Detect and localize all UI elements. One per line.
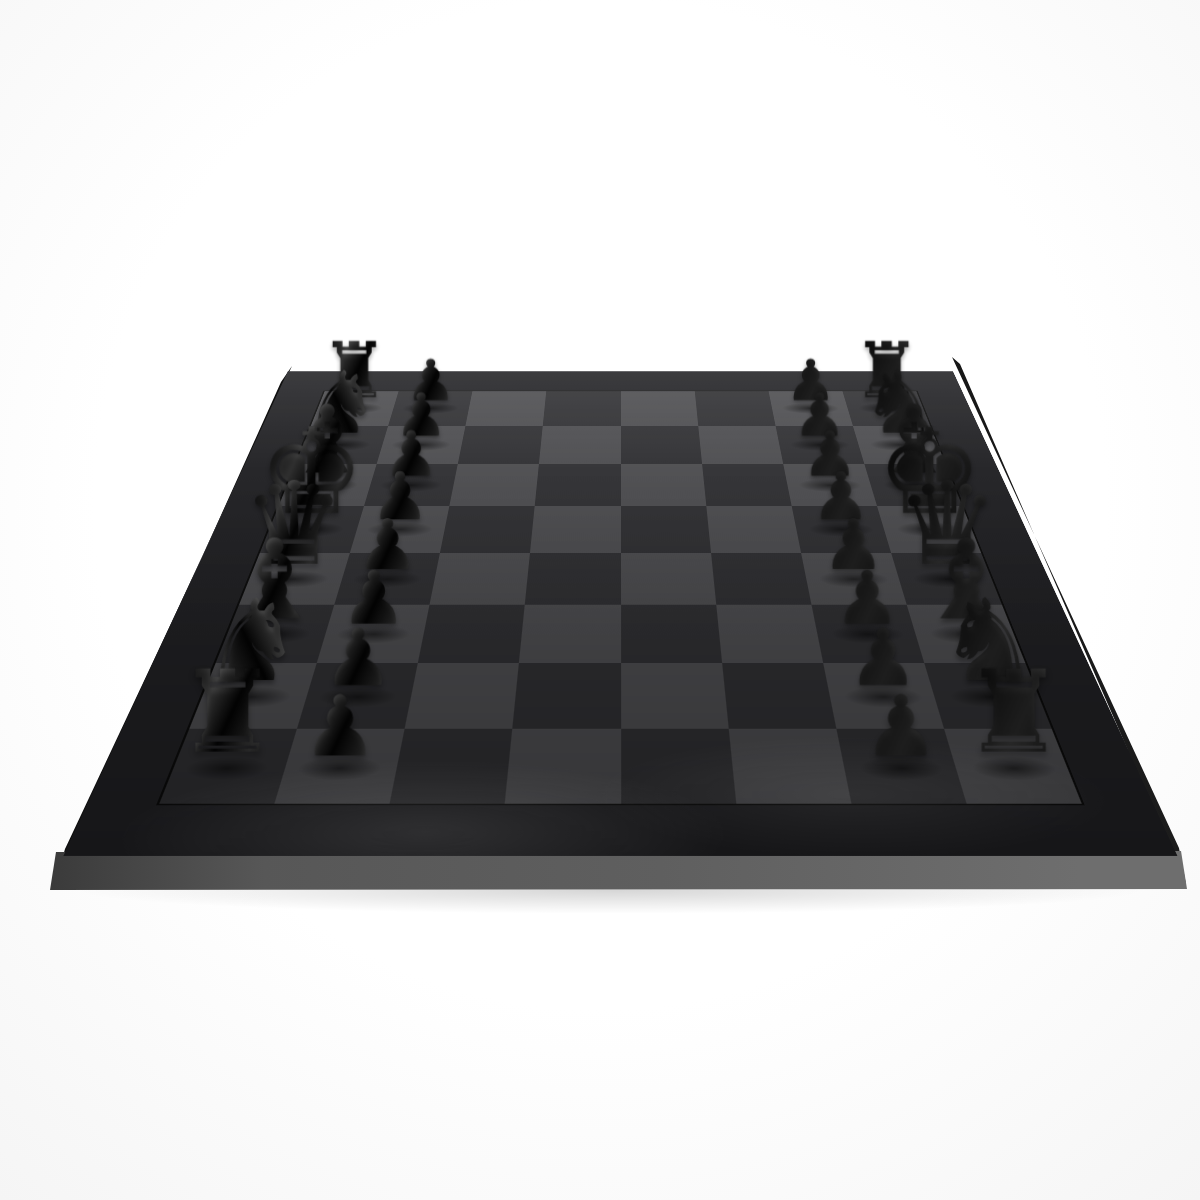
square-c4[interactable] <box>519 604 620 662</box>
square-a5[interactable] <box>621 729 736 804</box>
chessboard-scene: ♜♟♟♜♞♟♟♞♝♟♟♝♚♟♟♚♛♟♟♛♝♟♟♝♞♟♟♞♜♟♟♜ <box>204 136 1037 969</box>
square-g4[interactable] <box>539 426 620 464</box>
square-h5[interactable] <box>621 391 698 426</box>
square-e5[interactable] <box>621 506 711 553</box>
square-h4[interactable] <box>543 391 620 426</box>
square-d5[interactable] <box>621 553 716 605</box>
square-e4[interactable] <box>530 506 620 553</box>
piece-a8-rook-matte[interactable]: ♜ <box>933 652 1094 766</box>
product-photo-stage: ♜♟♟♜♞♟♟♞♝♟♟♝♚♟♟♚♛♟♟♛♝♟♟♝♞♟♟♞♜♟♟♜ <box>0 0 1200 1200</box>
square-g5[interactable] <box>621 426 702 464</box>
piece-a2-pawn-glossy[interactable]: ♟ <box>260 682 421 766</box>
square-b5[interactable] <box>621 663 729 729</box>
chessboard: ♜♟♟♜♞♟♟♞♝♟♟♝♚♟♟♚♛♟♟♛♝♟♟♝♞♟♟♞♜♟♟♜ <box>63 371 1177 856</box>
square-f5[interactable] <box>621 464 706 506</box>
square-a4[interactable] <box>505 729 620 804</box>
square-f4[interactable] <box>535 464 620 506</box>
square-c5[interactable] <box>621 604 722 662</box>
rook-icon: ♜ <box>933 652 1094 773</box>
square-d4[interactable] <box>525 553 620 605</box>
pawn-icon: ♟ <box>260 682 421 771</box>
square-b4[interactable] <box>513 663 621 729</box>
